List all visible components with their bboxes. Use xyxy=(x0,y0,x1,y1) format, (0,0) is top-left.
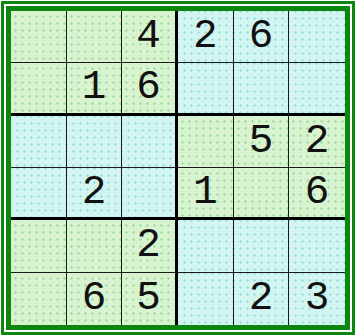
sudoku-app: 426165221626523 xyxy=(0,0,356,336)
cell-r1c2-empty[interactable] xyxy=(67,11,123,63)
cell-r3c5-clue: 5 xyxy=(234,116,290,168)
cell-r6c2-clue: 6 xyxy=(67,273,123,325)
cell-r2c6-empty[interactable] xyxy=(289,63,345,115)
cell-r1c4-clue: 2 xyxy=(178,11,234,63)
cell-r1c6-empty[interactable] xyxy=(289,11,345,63)
cell-r3c3-empty[interactable] xyxy=(122,116,178,168)
cell-r6c5-clue: 2 xyxy=(234,273,290,325)
cell-r5c5-empty[interactable] xyxy=(234,220,290,272)
cell-r5c1-empty[interactable] xyxy=(11,220,67,272)
cell-r1c3-clue: 4 xyxy=(122,11,178,63)
cell-r2c1-empty[interactable] xyxy=(11,63,67,115)
cell-r3c6-clue: 2 xyxy=(289,116,345,168)
cell-r6c6-clue: 3 xyxy=(289,273,345,325)
cell-r4c3-empty[interactable] xyxy=(122,168,178,220)
cell-r2c3-clue: 6 xyxy=(122,63,178,115)
board-frame-inner: 426165221626523 xyxy=(6,6,350,330)
cell-r6c1-empty[interactable] xyxy=(11,273,67,325)
cell-r5c4-empty[interactable] xyxy=(178,220,234,272)
cell-r5c3-clue: 2 xyxy=(122,220,178,272)
cell-r3c1-empty[interactable] xyxy=(11,116,67,168)
cell-r2c5-empty[interactable] xyxy=(234,63,290,115)
cell-r4c2-clue: 2 xyxy=(67,168,123,220)
cell-r2c2-clue: 1 xyxy=(67,63,123,115)
cell-r6c3-clue: 5 xyxy=(122,273,178,325)
cell-r2c4-empty[interactable] xyxy=(178,63,234,115)
cell-r1c5-clue: 6 xyxy=(234,11,290,63)
cell-r3c2-empty[interactable] xyxy=(67,116,123,168)
cell-r5c2-empty[interactable] xyxy=(67,220,123,272)
cell-r4c5-empty[interactable] xyxy=(234,168,290,220)
cell-r4c1-empty[interactable] xyxy=(11,168,67,220)
cell-r1c1-empty[interactable] xyxy=(11,11,67,63)
cell-r4c6-clue: 6 xyxy=(289,168,345,220)
sudoku-board: 426165221626523 xyxy=(11,11,345,325)
cell-r4c4-clue: 1 xyxy=(178,168,234,220)
cell-r3c4-empty[interactable] xyxy=(178,116,234,168)
cell-r6c4-empty[interactable] xyxy=(178,273,234,325)
board-frame-outer: 426165221626523 xyxy=(1,1,355,335)
cell-r5c6-empty[interactable] xyxy=(289,220,345,272)
